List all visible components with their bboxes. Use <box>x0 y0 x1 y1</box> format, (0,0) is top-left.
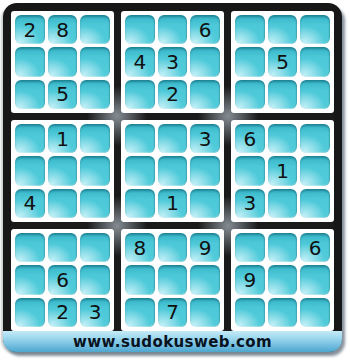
cell-r7c6[interactable]: 9 <box>190 233 220 262</box>
sudoku-grid: 285 6432 5 14 31 613 623 897 69 <box>11 11 334 331</box>
cell-r8c1[interactable] <box>15 265 45 294</box>
cell-r8c5[interactable] <box>158 265 188 294</box>
cell-r2c5[interactable]: 3 <box>158 47 188 76</box>
cell-r5c6[interactable] <box>190 156 220 185</box>
cell-r8c9[interactable] <box>300 265 330 294</box>
cell-r3c9[interactable] <box>300 80 330 109</box>
box-top-center: 6432 <box>121 11 224 113</box>
box-bottom-right: 69 <box>231 229 334 331</box>
cell-r5c9[interactable] <box>300 156 330 185</box>
cell-r4c3[interactable] <box>80 124 110 153</box>
box-top-right: 5 <box>231 11 334 113</box>
cell-r5c8[interactable]: 1 <box>268 156 298 185</box>
box-middle-left: 14 <box>11 120 114 222</box>
cell-r6c3[interactable] <box>80 189 110 218</box>
cell-r6c6[interactable] <box>190 189 220 218</box>
cell-r7c3[interactable] <box>80 233 110 262</box>
cell-r5c4[interactable] <box>125 156 155 185</box>
cell-r3c3[interactable] <box>80 80 110 109</box>
cell-r4c2[interactable]: 1 <box>48 124 78 153</box>
cell-r9c8[interactable] <box>268 298 298 327</box>
cell-r2c4[interactable]: 4 <box>125 47 155 76</box>
footer-bar: www.sudokusweb.com <box>3 331 342 352</box>
cell-r6c2[interactable] <box>48 189 78 218</box>
cell-r2c3[interactable] <box>80 47 110 76</box>
cell-r8c2[interactable]: 6 <box>48 265 78 294</box>
cell-r8c6[interactable] <box>190 265 220 294</box>
cell-r9c9[interactable] <box>300 298 330 327</box>
cell-r3c7[interactable] <box>235 80 265 109</box>
cell-r6c7[interactable]: 3 <box>235 189 265 218</box>
cell-r9c1[interactable] <box>15 298 45 327</box>
cell-r7c8[interactable] <box>268 233 298 262</box>
cell-r4c8[interactable] <box>268 124 298 153</box>
cell-r5c3[interactable] <box>80 156 110 185</box>
cell-r4c9[interactable] <box>300 124 330 153</box>
cell-r3c8[interactable] <box>268 80 298 109</box>
cell-r3c2[interactable]: 5 <box>48 80 78 109</box>
cell-r4c4[interactable] <box>125 124 155 153</box>
cell-r1c2[interactable]: 8 <box>48 15 78 44</box>
cell-r2c7[interactable] <box>235 47 265 76</box>
cell-r3c5[interactable]: 2 <box>158 80 188 109</box>
cell-r8c7[interactable]: 9 <box>235 265 265 294</box>
cell-r6c1[interactable]: 4 <box>15 189 45 218</box>
cell-r6c4[interactable] <box>125 189 155 218</box>
cell-r4c7[interactable]: 6 <box>235 124 265 153</box>
cell-r1c6[interactable]: 6 <box>190 15 220 44</box>
cell-r6c5[interactable]: 1 <box>158 189 188 218</box>
cell-r8c8[interactable] <box>268 265 298 294</box>
cell-r2c9[interactable] <box>300 47 330 76</box>
cell-r1c8[interactable] <box>268 15 298 44</box>
cell-r7c2[interactable] <box>48 233 78 262</box>
cell-r4c5[interactable] <box>158 124 188 153</box>
cell-r4c6[interactable]: 3 <box>190 124 220 153</box>
cell-r1c1[interactable]: 2 <box>15 15 45 44</box>
cell-r1c4[interactable] <box>125 15 155 44</box>
cell-r6c9[interactable] <box>300 189 330 218</box>
cell-r4c1[interactable] <box>15 124 45 153</box>
cell-r3c4[interactable] <box>125 80 155 109</box>
cell-r5c1[interactable] <box>15 156 45 185</box>
box-middle-center: 31 <box>121 120 224 222</box>
cell-r2c2[interactable] <box>48 47 78 76</box>
cell-r9c5[interactable]: 7 <box>158 298 188 327</box>
cell-r3c6[interactable] <box>190 80 220 109</box>
cell-r5c5[interactable] <box>158 156 188 185</box>
cell-r8c4[interactable] <box>125 265 155 294</box>
cell-r1c5[interactable] <box>158 15 188 44</box>
cell-r8c3[interactable] <box>80 265 110 294</box>
cell-r9c4[interactable] <box>125 298 155 327</box>
website-link[interactable]: www.sudokusweb.com <box>73 333 272 351</box>
box-bottom-left: 623 <box>11 229 114 331</box>
cell-r6c8[interactable] <box>268 189 298 218</box>
cell-r2c1[interactable] <box>15 47 45 76</box>
cell-r9c3[interactable]: 3 <box>80 298 110 327</box>
cell-r1c9[interactable] <box>300 15 330 44</box>
cell-r9c2[interactable]: 2 <box>48 298 78 327</box>
cell-r7c4[interactable]: 8 <box>125 233 155 262</box>
box-bottom-center: 897 <box>121 229 224 331</box>
cell-r7c9[interactable]: 6 <box>300 233 330 262</box>
cell-r7c5[interactable] <box>158 233 188 262</box>
cell-r1c3[interactable] <box>80 15 110 44</box>
cell-r2c6[interactable] <box>190 47 220 76</box>
cell-r7c7[interactable] <box>235 233 265 262</box>
cell-r5c2[interactable] <box>48 156 78 185</box>
cell-r2c8[interactable]: 5 <box>268 47 298 76</box>
cell-r9c6[interactable] <box>190 298 220 327</box>
sudoku-board: 285 6432 5 14 31 613 623 897 69 www.sudo… <box>3 3 342 352</box>
cell-r1c7[interactable] <box>235 15 265 44</box>
box-top-left: 285 <box>11 11 114 113</box>
cell-r3c1[interactable] <box>15 80 45 109</box>
box-middle-right: 613 <box>231 120 334 222</box>
cell-r5c7[interactable] <box>235 156 265 185</box>
cell-r7c1[interactable] <box>15 233 45 262</box>
cell-r9c7[interactable] <box>235 298 265 327</box>
